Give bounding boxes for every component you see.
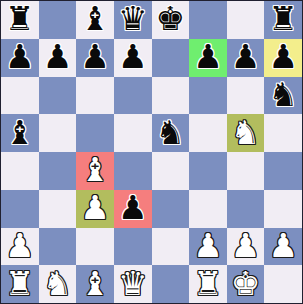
square-b8[interactable] — [39, 1, 77, 39]
square-g4[interactable] — [227, 152, 265, 190]
square-a5[interactable]: ♝ — [1, 114, 39, 152]
square-h6[interactable]: ♞ — [264, 77, 302, 115]
piece-white-rook[interactable]: ♜ — [5, 267, 35, 300]
piece-white-pawn[interactable]: ♟ — [193, 229, 223, 262]
piece-white-knight[interactable]: ♞ — [231, 116, 261, 149]
piece-black-pawn[interactable]: ♟ — [268, 40, 298, 73]
piece-black-knight[interactable]: ♞ — [268, 78, 298, 111]
square-h1[interactable] — [264, 265, 302, 303]
square-f4[interactable] — [189, 152, 227, 190]
chess-board: ♜♝♛♚♜♟♟♟♟♟♟♟♞♝♞♞♝♟♟♟♟♟♟♜♞♝♛♜♚ — [0, 0, 303, 304]
square-a6[interactable] — [1, 77, 39, 115]
piece-white-pawn[interactable]: ♟ — [231, 229, 261, 262]
square-g7[interactable]: ♟ — [227, 39, 265, 77]
square-h2[interactable]: ♟ — [264, 228, 302, 266]
piece-white-bishop[interactable]: ♝ — [80, 267, 110, 300]
square-f2[interactable]: ♟ — [189, 228, 227, 266]
square-g5[interactable]: ♞ — [227, 114, 265, 152]
square-c1[interactable]: ♝ — [76, 265, 114, 303]
square-e2[interactable] — [152, 228, 190, 266]
square-d4[interactable] — [114, 152, 152, 190]
square-g2[interactable]: ♟ — [227, 228, 265, 266]
square-a3[interactable] — [1, 190, 39, 228]
piece-white-rook[interactable]: ♜ — [193, 267, 223, 300]
square-h7[interactable]: ♟ — [264, 39, 302, 77]
square-c6[interactable] — [76, 77, 114, 115]
square-f8[interactable] — [189, 1, 227, 39]
piece-black-rook[interactable]: ♜ — [268, 2, 298, 35]
square-a2[interactable]: ♟ — [1, 228, 39, 266]
square-h4[interactable] — [264, 152, 302, 190]
piece-black-pawn[interactable]: ♟ — [118, 191, 148, 224]
square-b1[interactable]: ♞ — [39, 265, 77, 303]
square-b4[interactable] — [39, 152, 77, 190]
square-a8[interactable]: ♜ — [1, 1, 39, 39]
piece-white-pawn[interactable]: ♟ — [5, 229, 35, 262]
square-d8[interactable]: ♛ — [114, 1, 152, 39]
piece-black-pawn[interactable]: ♟ — [80, 40, 110, 73]
piece-white-pawn[interactable]: ♟ — [268, 229, 298, 262]
piece-black-pawn[interactable]: ♟ — [43, 40, 73, 73]
piece-black-pawn[interactable]: ♟ — [5, 40, 35, 73]
piece-black-rook[interactable]: ♜ — [5, 2, 35, 35]
square-c5[interactable] — [76, 114, 114, 152]
piece-black-queen[interactable]: ♛ — [118, 2, 148, 35]
square-f7[interactable]: ♟ — [189, 39, 227, 77]
square-f3[interactable] — [189, 190, 227, 228]
square-d3[interactable]: ♟ — [114, 190, 152, 228]
square-a4[interactable] — [1, 152, 39, 190]
square-g6[interactable] — [227, 77, 265, 115]
piece-black-bishop[interactable]: ♝ — [5, 116, 35, 149]
square-b3[interactable] — [39, 190, 77, 228]
square-d6[interactable] — [114, 77, 152, 115]
square-h5[interactable] — [264, 114, 302, 152]
square-e5[interactable]: ♞ — [152, 114, 190, 152]
square-e8[interactable]: ♚ — [152, 1, 190, 39]
square-a1[interactable]: ♜ — [1, 265, 39, 303]
square-g3[interactable] — [227, 190, 265, 228]
piece-black-pawn[interactable]: ♟ — [231, 40, 261, 73]
piece-black-king[interactable]: ♚ — [156, 2, 186, 35]
piece-black-pawn[interactable]: ♟ — [118, 40, 148, 73]
square-b6[interactable] — [39, 77, 77, 115]
square-c8[interactable]: ♝ — [76, 1, 114, 39]
square-c7[interactable]: ♟ — [76, 39, 114, 77]
chess-board-container: ♜♝♛♚♜♟♟♟♟♟♟♟♞♝♞♞♝♟♟♟♟♟♟♜♞♝♛♜♚ — [0, 0, 303, 304]
square-b7[interactable]: ♟ — [39, 39, 77, 77]
square-f1[interactable]: ♜ — [189, 265, 227, 303]
square-e4[interactable] — [152, 152, 190, 190]
square-e6[interactable] — [152, 77, 190, 115]
piece-white-bishop[interactable]: ♝ — [80, 153, 110, 186]
square-h3[interactable] — [264, 190, 302, 228]
square-g8[interactable] — [227, 1, 265, 39]
square-f5[interactable] — [189, 114, 227, 152]
square-c4[interactable]: ♝ — [76, 152, 114, 190]
square-g1[interactable]: ♚ — [227, 265, 265, 303]
square-c2[interactable] — [76, 228, 114, 266]
square-e7[interactable] — [152, 39, 190, 77]
square-e1[interactable] — [152, 265, 190, 303]
square-a7[interactable]: ♟ — [1, 39, 39, 77]
square-d1[interactable]: ♛ — [114, 265, 152, 303]
piece-white-king[interactable]: ♚ — [231, 267, 261, 300]
square-d5[interactable] — [114, 114, 152, 152]
piece-black-bishop[interactable]: ♝ — [80, 2, 110, 35]
square-c3[interactable]: ♟ — [76, 190, 114, 228]
square-f6[interactable] — [189, 77, 227, 115]
square-d2[interactable] — [114, 228, 152, 266]
square-b2[interactable] — [39, 228, 77, 266]
square-b5[interactable] — [39, 114, 77, 152]
square-d7[interactable]: ♟ — [114, 39, 152, 77]
piece-white-queen[interactable]: ♛ — [118, 267, 148, 300]
square-h8[interactable]: ♜ — [264, 1, 302, 39]
piece-white-pawn[interactable]: ♟ — [80, 191, 110, 224]
piece-white-knight[interactable]: ♞ — [43, 267, 73, 300]
piece-black-pawn[interactable]: ♟ — [193, 40, 223, 73]
square-e3[interactable] — [152, 190, 190, 228]
piece-black-knight[interactable]: ♞ — [156, 116, 186, 149]
